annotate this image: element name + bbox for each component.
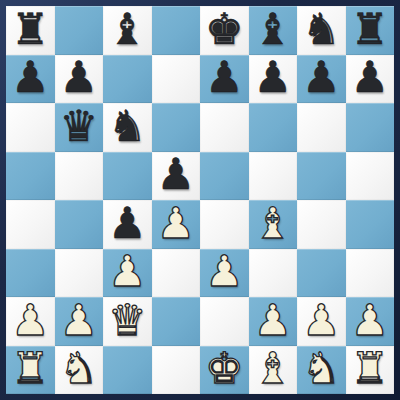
square-e2[interactable]: [200, 297, 249, 346]
square-h2[interactable]: ♟: [346, 297, 395, 346]
square-e6[interactable]: [200, 103, 249, 152]
square-f1[interactable]: ♝: [249, 346, 298, 395]
square-d1[interactable]: [152, 346, 201, 395]
square-c1[interactable]: [103, 346, 152, 395]
piece-white-pawn[interactable]: ♟: [59, 299, 98, 342]
square-g8[interactable]: ♞: [297, 6, 346, 55]
square-g6[interactable]: [297, 103, 346, 152]
square-f8[interactable]: ♝: [249, 6, 298, 55]
square-d6[interactable]: [152, 103, 201, 152]
piece-white-pawn[interactable]: ♟: [350, 299, 389, 342]
square-d7[interactable]: [152, 55, 201, 104]
piece-black-king[interactable]: ♚: [205, 8, 244, 51]
piece-white-bishop[interactable]: ♝: [253, 202, 292, 245]
piece-black-pawn[interactable]: ♟: [350, 56, 389, 99]
square-h5[interactable]: [346, 152, 395, 201]
piece-white-pawn[interactable]: ♟: [253, 299, 292, 342]
square-b5[interactable]: [55, 152, 104, 201]
square-h6[interactable]: [346, 103, 395, 152]
square-g7[interactable]: ♟: [297, 55, 346, 104]
square-b3[interactable]: [55, 249, 104, 298]
square-c8[interactable]: ♝: [103, 6, 152, 55]
piece-black-pawn[interactable]: ♟: [253, 56, 292, 99]
square-b2[interactable]: ♟: [55, 297, 104, 346]
square-d2[interactable]: [152, 297, 201, 346]
piece-white-pawn[interactable]: ♟: [205, 250, 244, 293]
square-c2[interactable]: ♛: [103, 297, 152, 346]
piece-white-pawn[interactable]: ♟: [11, 299, 50, 342]
square-e3[interactable]: ♟: [200, 249, 249, 298]
square-b8[interactable]: [55, 6, 104, 55]
square-f5[interactable]: [249, 152, 298, 201]
piece-white-pawn[interactable]: ♟: [302, 299, 341, 342]
square-c5[interactable]: [103, 152, 152, 201]
square-e5[interactable]: [200, 152, 249, 201]
square-h1[interactable]: ♜: [346, 346, 395, 395]
square-f4[interactable]: ♝: [249, 200, 298, 249]
square-a6[interactable]: [6, 103, 55, 152]
square-b6[interactable]: ♛: [55, 103, 104, 152]
piece-white-bishop[interactable]: ♝: [253, 347, 292, 390]
square-f7[interactable]: ♟: [249, 55, 298, 104]
square-b1[interactable]: ♞: [55, 346, 104, 395]
square-d8[interactable]: [152, 6, 201, 55]
square-b7[interactable]: ♟: [55, 55, 104, 104]
square-f2[interactable]: ♟: [249, 297, 298, 346]
piece-black-pawn[interactable]: ♟: [302, 56, 341, 99]
piece-black-pawn[interactable]: ♟: [156, 153, 195, 196]
piece-black-pawn[interactable]: ♟: [205, 56, 244, 99]
piece-black-knight[interactable]: ♞: [302, 8, 341, 51]
square-a2[interactable]: ♟: [6, 297, 55, 346]
square-g5[interactable]: [297, 152, 346, 201]
piece-white-pawn[interactable]: ♟: [156, 202, 195, 245]
piece-black-rook[interactable]: ♜: [11, 8, 50, 51]
square-a1[interactable]: ♜: [6, 346, 55, 395]
square-e8[interactable]: ♚: [200, 6, 249, 55]
square-e4[interactable]: [200, 200, 249, 249]
square-g4[interactable]: [297, 200, 346, 249]
square-a4[interactable]: [6, 200, 55, 249]
piece-white-rook[interactable]: ♜: [11, 347, 50, 390]
square-b4[interactable]: [55, 200, 104, 249]
square-d5[interactable]: ♟: [152, 152, 201, 201]
piece-black-pawn[interactable]: ♟: [11, 56, 50, 99]
square-a3[interactable]: [6, 249, 55, 298]
piece-black-rook[interactable]: ♜: [350, 8, 389, 51]
square-d4[interactable]: ♟: [152, 200, 201, 249]
square-h7[interactable]: ♟: [346, 55, 395, 104]
square-f3[interactable]: [249, 249, 298, 298]
piece-black-pawn[interactable]: ♟: [59, 56, 98, 99]
square-c7[interactable]: [103, 55, 152, 104]
piece-white-knight[interactable]: ♞: [302, 347, 341, 390]
piece-black-pawn[interactable]: ♟: [108, 202, 147, 245]
square-g1[interactable]: ♞: [297, 346, 346, 395]
piece-black-bishop[interactable]: ♝: [253, 8, 292, 51]
square-h8[interactable]: ♜: [346, 6, 395, 55]
piece-black-queen[interactable]: ♛: [59, 105, 98, 148]
piece-white-king[interactable]: ♚: [205, 347, 244, 390]
square-d3[interactable]: [152, 249, 201, 298]
piece-white-queen[interactable]: ♛: [108, 299, 147, 342]
board-frame: ♜♝♚♝♞♜♟♟♟♟♟♟♛♞♟♟♟♝♟♟♟♟♛♟♟♟♜♞♚♝♞♜: [0, 0, 400, 400]
piece-white-knight[interactable]: ♞: [59, 347, 98, 390]
piece-black-knight[interactable]: ♞: [108, 105, 147, 148]
square-a8[interactable]: ♜: [6, 6, 55, 55]
square-c6[interactable]: ♞: [103, 103, 152, 152]
square-g3[interactable]: [297, 249, 346, 298]
square-a7[interactable]: ♟: [6, 55, 55, 104]
square-e7[interactable]: ♟: [200, 55, 249, 104]
chess-board: ♜♝♚♝♞♜♟♟♟♟♟♟♛♞♟♟♟♝♟♟♟♟♛♟♟♟♜♞♚♝♞♜: [6, 6, 394, 394]
square-a5[interactable]: [6, 152, 55, 201]
piece-black-bishop[interactable]: ♝: [108, 8, 147, 51]
square-g2[interactable]: ♟: [297, 297, 346, 346]
square-e1[interactable]: ♚: [200, 346, 249, 395]
piece-white-pawn[interactable]: ♟: [108, 250, 147, 293]
square-h3[interactable]: [346, 249, 395, 298]
square-f6[interactable]: [249, 103, 298, 152]
piece-white-rook[interactable]: ♜: [350, 347, 389, 390]
square-h4[interactable]: [346, 200, 395, 249]
square-c3[interactable]: ♟: [103, 249, 152, 298]
square-c4[interactable]: ♟: [103, 200, 152, 249]
